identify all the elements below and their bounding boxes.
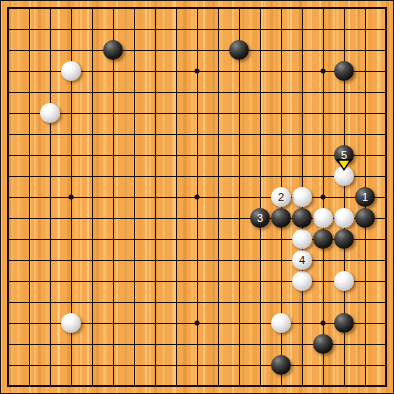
- black-stone[interactable]: [334, 229, 354, 249]
- grid-line: [260, 8, 261, 387]
- black-stone[interactable]: [313, 229, 333, 249]
- star-point: [195, 69, 200, 74]
- black-stone[interactable]: [292, 208, 312, 228]
- white-stone[interactable]: [334, 166, 354, 186]
- white-stone[interactable]: 2: [271, 187, 291, 207]
- black-stone[interactable]: [355, 208, 375, 228]
- grid-line: [8, 260, 387, 261]
- grid-line: [218, 8, 219, 387]
- white-stone[interactable]: [61, 61, 81, 81]
- white-stone[interactable]: [271, 313, 291, 333]
- black-stone[interactable]: [334, 313, 354, 333]
- go-board[interactable]: 43125: [0, 0, 394, 394]
- star-point: [195, 195, 200, 200]
- black-stone[interactable]: [313, 334, 333, 354]
- black-stone[interactable]: 1: [355, 187, 375, 207]
- star-point: [195, 321, 200, 326]
- black-stone[interactable]: [334, 61, 354, 81]
- star-point: [321, 69, 326, 74]
- star-point: [69, 195, 74, 200]
- move-number: 5: [341, 150, 347, 161]
- grid-line: [8, 365, 387, 366]
- white-stone[interactable]: [40, 103, 60, 123]
- black-stone[interactable]: [103, 40, 123, 60]
- star-point: [321, 195, 326, 200]
- move-number: 3: [257, 213, 263, 224]
- white-stone[interactable]: [292, 187, 312, 207]
- white-stone[interactable]: [61, 313, 81, 333]
- white-stone[interactable]: [292, 271, 312, 291]
- grid-line: [239, 8, 240, 387]
- white-stone[interactable]: [334, 271, 354, 291]
- white-stone[interactable]: 4: [292, 250, 312, 270]
- grid-line: [8, 281, 387, 282]
- black-stone[interactable]: [271, 355, 291, 375]
- white-stone[interactable]: [292, 229, 312, 249]
- grid-line: [8, 302, 387, 303]
- black-stone[interactable]: [271, 208, 291, 228]
- move-number: 1: [362, 192, 368, 203]
- move-number: 4: [299, 255, 305, 266]
- black-stone[interactable]: 5: [334, 145, 354, 165]
- white-stone[interactable]: [334, 208, 354, 228]
- white-stone[interactable]: [313, 208, 333, 228]
- star-point: [321, 321, 326, 326]
- black-stone[interactable]: [229, 40, 249, 60]
- black-stone[interactable]: 3: [250, 208, 270, 228]
- move-number: 2: [278, 192, 284, 203]
